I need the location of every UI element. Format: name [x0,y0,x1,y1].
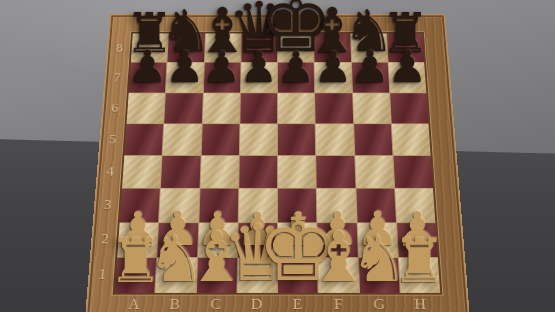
square-f4[interactable] [316,156,355,188]
square-b6[interactable] [164,93,202,123]
piece-white-rook-h1[interactable]: ♜ [392,229,447,290]
square-f6[interactable] [315,93,352,123]
square-a4[interactable] [122,156,162,188]
piece-black-pawn-g7[interactable]: ♟ [351,45,390,89]
square-b4[interactable] [161,156,200,188]
square-c4[interactable] [200,156,239,188]
square-c5[interactable] [201,124,239,155]
piece-black-pawn-c7[interactable]: ♟ [202,46,241,89]
square-b5[interactable] [163,124,202,155]
square-h5[interactable] [392,124,431,155]
square-h6[interactable] [390,93,429,123]
scene: 87654321 ABCDEFGH ♜♞♝♛♚♝♞♜♟♟♟♟♟♟♟♟♟♟♟♟♟♟… [0,0,555,312]
file-label-a: A [113,293,155,312]
piece-black-pawn-e7[interactable]: ♟ [277,46,315,89]
square-e4[interactable] [278,156,316,188]
square-c6[interactable] [202,93,239,123]
rank-label-7: 7 [103,63,130,93]
square-g4[interactable] [355,156,394,188]
rank-label-5: 5 [98,124,126,156]
piece-black-pawn-f7[interactable]: ♟ [314,46,353,89]
square-a5[interactable] [124,124,163,155]
square-d5[interactable] [240,124,277,155]
piece-black-pawn-d7[interactable]: ♟ [240,46,278,89]
square-f5[interactable] [316,124,354,155]
square-h4[interactable] [393,156,433,188]
piece-black-pawn-h7[interactable]: ♟ [387,45,427,89]
rank-label-4: 4 [96,156,125,189]
square-d6[interactable] [240,93,277,123]
piece-black-pawn-b7[interactable]: ♟ [165,45,204,89]
square-a6[interactable] [127,93,166,123]
square-d4[interactable] [239,156,277,188]
square-g6[interactable] [353,93,391,123]
piece-black-pawn-a7[interactable]: ♟ [128,45,168,89]
file-label-h: H [400,293,442,312]
rank-label-6: 6 [101,93,129,124]
square-e5[interactable] [278,124,315,155]
square-e6[interactable] [278,93,315,123]
square-g5[interactable] [354,124,393,155]
